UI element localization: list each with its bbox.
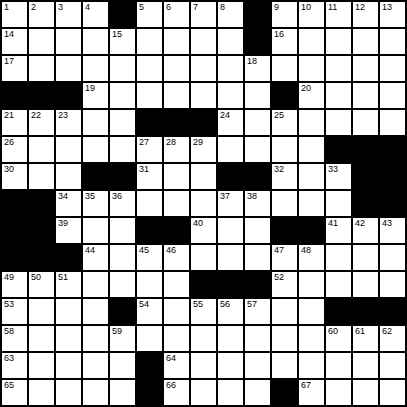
- cell-r12c8[interactable]: 55: [191, 299, 216, 324]
- black-cell-r4c11: [272, 83, 297, 108]
- cell-r6c12[interactable]: [299, 137, 324, 162]
- black-cell-r12c5: [110, 299, 135, 324]
- cell-r2c15[interactable]: [380, 29, 405, 54]
- cell-r8c10[interactable]: 38: [245, 191, 270, 216]
- cell-r3c15[interactable]: [380, 56, 405, 81]
- black-cell-r8c15: [380, 191, 405, 216]
- black-cell-r11c8: [191, 272, 216, 297]
- cell-r4c15[interactable]: [380, 83, 405, 108]
- clue-number-7: 7: [193, 2, 198, 12]
- cell-r8c13[interactable]: [326, 191, 351, 216]
- cell-r5c2[interactable]: 22: [29, 110, 54, 135]
- clue-number-35: 35: [85, 191, 95, 201]
- cell-r4c10[interactable]: [245, 83, 270, 108]
- cell-r10c5[interactable]: [110, 245, 135, 270]
- cell-r3c10[interactable]: 18: [245, 56, 270, 81]
- cell-r13c12[interactable]: [299, 326, 324, 351]
- clue-number-19: 19: [85, 83, 95, 93]
- black-cell-r10c2: [29, 245, 54, 270]
- black-cell-r14c6: [137, 353, 162, 378]
- cell-r4c4[interactable]: 19: [83, 83, 108, 108]
- cell-r9c14[interactable]: 42: [353, 218, 378, 243]
- black-cell-r11c10: [245, 272, 270, 297]
- clue-number-12: 12: [355, 2, 365, 12]
- cell-r2c13[interactable]: [326, 29, 351, 54]
- cell-r12c6[interactable]: 54: [137, 299, 162, 324]
- clue-number-10: 10: [301, 2, 311, 12]
- clue-number-50: 50: [31, 272, 41, 282]
- clue-number-44: 44: [85, 245, 95, 255]
- black-cell-r1c5: [110, 2, 135, 27]
- cell-r1c1[interactable]: 1: [2, 2, 27, 27]
- cell-r10c7[interactable]: 46: [164, 245, 189, 270]
- cell-r5c9[interactable]: 24: [218, 110, 243, 135]
- cell-r2c12[interactable]: [299, 29, 324, 54]
- cell-r8c8[interactable]: [191, 191, 216, 216]
- cell-r6c1[interactable]: 26: [2, 137, 27, 162]
- black-cell-r9c7: [164, 218, 189, 243]
- cell-r4c9[interactable]: [218, 83, 243, 108]
- cell-r6c4[interactable]: [83, 137, 108, 162]
- cell-r9c8[interactable]: 40: [191, 218, 216, 243]
- clue-number-66: 66: [166, 380, 176, 390]
- black-cell-r15c11: [272, 380, 297, 405]
- cell-r2c9[interactable]: [218, 29, 243, 54]
- cell-r11c11[interactable]: 52: [272, 272, 297, 297]
- cell-r15c12[interactable]: 67: [299, 380, 324, 405]
- cell-r3c3[interactable]: [56, 56, 81, 81]
- black-cell-r9c6: [137, 218, 162, 243]
- cell-r5c3[interactable]: 23: [56, 110, 81, 135]
- clue-number-17: 17: [4, 56, 14, 66]
- cell-r4c6[interactable]: [137, 83, 162, 108]
- cell-r14c14[interactable]: [353, 353, 378, 378]
- clue-number-6: 6: [166, 2, 171, 12]
- cell-r3c14[interactable]: [353, 56, 378, 81]
- clue-number-62: 62: [382, 326, 392, 336]
- cell-r3c5[interactable]: [110, 56, 135, 81]
- cell-r10c14[interactable]: [353, 245, 378, 270]
- clue-number-37: 37: [220, 191, 230, 201]
- clue-number-3: 3: [58, 2, 63, 12]
- cell-r14c9[interactable]: [218, 353, 243, 378]
- cell-r7c6[interactable]: 31: [137, 164, 162, 189]
- cell-r1c11[interactable]: 9: [272, 2, 297, 27]
- cell-r7c2[interactable]: [29, 164, 54, 189]
- clue-number-40: 40: [193, 218, 203, 228]
- clue-number-21: 21: [4, 110, 14, 120]
- cell-r4c5[interactable]: [110, 83, 135, 108]
- cell-r12c10[interactable]: 57: [245, 299, 270, 324]
- cell-r3c2[interactable]: [29, 56, 54, 81]
- cell-r12c9[interactable]: 56: [218, 299, 243, 324]
- cell-r9c15[interactable]: 43: [380, 218, 405, 243]
- clue-number-20: 20: [301, 83, 311, 93]
- cell-r9c5[interactable]: [110, 218, 135, 243]
- cell-r2c14[interactable]: [353, 29, 378, 54]
- cell-r5c4[interactable]: [83, 110, 108, 135]
- clue-number-54: 54: [139, 299, 149, 309]
- cell-r4c14[interactable]: [353, 83, 378, 108]
- cell-r3c4[interactable]: [83, 56, 108, 81]
- clue-number-39: 39: [58, 218, 68, 228]
- black-cell-r4c3: [56, 83, 81, 108]
- black-cell-r12c13: [326, 299, 351, 324]
- cell-r9c4[interactable]: [83, 218, 108, 243]
- clue-number-41: 41: [328, 218, 338, 228]
- cell-r15c5[interactable]: [110, 380, 135, 405]
- clue-number-16: 16: [274, 29, 284, 39]
- black-cell-r4c2: [29, 83, 54, 108]
- cell-r15c13[interactable]: [326, 380, 351, 405]
- black-cell-r15c6: [137, 380, 162, 405]
- cell-r5c11[interactable]: 25: [272, 110, 297, 135]
- cell-r5c10[interactable]: [245, 110, 270, 135]
- cell-r9c9[interactable]: [218, 218, 243, 243]
- cell-r6c5[interactable]: [110, 137, 135, 162]
- cell-r5c14[interactable]: [353, 110, 378, 135]
- cell-r10c4[interactable]: 44: [83, 245, 108, 270]
- cell-r6c11[interactable]: [272, 137, 297, 162]
- cell-r14c8[interactable]: [191, 353, 216, 378]
- cell-r15c1[interactable]: 65: [2, 380, 27, 405]
- black-cell-r10c3: [56, 245, 81, 270]
- cell-r6c2[interactable]: [29, 137, 54, 162]
- cell-r5c12[interactable]: [299, 110, 324, 135]
- clue-number-43: 43: [382, 218, 392, 228]
- cell-r11c2[interactable]: 50: [29, 272, 54, 297]
- cell-r11c5[interactable]: [110, 272, 135, 297]
- clue-number-32: 32: [274, 164, 284, 174]
- cell-r2c2[interactable]: [29, 29, 54, 54]
- clue-number-45: 45: [139, 245, 149, 255]
- cell-r1c3[interactable]: 3: [56, 2, 81, 27]
- cell-r4c8[interactable]: [191, 83, 216, 108]
- black-cell-r10c1: [2, 245, 27, 270]
- clue-number-63: 63: [4, 353, 14, 363]
- clue-number-9: 9: [274, 2, 279, 12]
- cell-r8c5[interactable]: 36: [110, 191, 135, 216]
- clue-number-4: 4: [85, 2, 90, 12]
- cell-r2c3[interactable]: [56, 29, 81, 54]
- cell-r13c9[interactable]: [218, 326, 243, 351]
- cell-r12c1[interactable]: 53: [2, 299, 27, 324]
- cell-r15c8[interactable]: [191, 380, 216, 405]
- cell-r1c7[interactable]: 6: [164, 2, 189, 27]
- cell-r7c13[interactable]: 33: [326, 164, 351, 189]
- cell-r3c13[interactable]: [326, 56, 351, 81]
- clue-number-47: 47: [274, 245, 284, 255]
- clue-number-59: 59: [112, 326, 122, 336]
- cell-r12c7[interactable]: [164, 299, 189, 324]
- cell-r14c4[interactable]: [83, 353, 108, 378]
- clue-number-33: 33: [328, 164, 338, 174]
- black-cell-r7c14: [353, 164, 378, 189]
- clue-number-38: 38: [247, 191, 257, 201]
- cell-r12c12[interactable]: [299, 299, 324, 324]
- clue-number-58: 58: [4, 326, 14, 336]
- cell-r13c15[interactable]: 62: [380, 326, 405, 351]
- cell-r13c3[interactable]: [56, 326, 81, 351]
- clue-number-36: 36: [112, 191, 122, 201]
- cell-r8c7[interactable]: [164, 191, 189, 216]
- clue-number-61: 61: [355, 326, 365, 336]
- black-cell-r6c13: [326, 137, 351, 162]
- cell-r11c6[interactable]: [137, 272, 162, 297]
- clue-number-64: 64: [166, 353, 176, 363]
- cell-r5c1[interactable]: 21: [2, 110, 27, 135]
- clue-number-42: 42: [355, 218, 365, 228]
- cell-r13c10[interactable]: [245, 326, 270, 351]
- cell-r7c7[interactable]: [164, 164, 189, 189]
- cell-r4c13[interactable]: [326, 83, 351, 108]
- cell-r8c3[interactable]: 34: [56, 191, 81, 216]
- cell-r15c15[interactable]: [380, 380, 405, 405]
- cell-r3c6[interactable]: [137, 56, 162, 81]
- clue-number-13: 13: [382, 2, 392, 12]
- cell-r15c7[interactable]: 66: [164, 380, 189, 405]
- cell-r2c6[interactable]: [137, 29, 162, 54]
- cell-r4c12[interactable]: 20: [299, 83, 324, 108]
- cell-r13c13[interactable]: 60: [326, 326, 351, 351]
- cell-r14c5[interactable]: [110, 353, 135, 378]
- clue-number-23: 23: [58, 110, 68, 120]
- cell-r15c2[interactable]: [29, 380, 54, 405]
- clue-number-15: 15: [112, 29, 122, 39]
- cell-r5c5[interactable]: [110, 110, 135, 135]
- cell-r15c14[interactable]: [353, 380, 378, 405]
- cell-r1c4[interactable]: 4: [83, 2, 108, 27]
- black-cell-r12c15: [380, 299, 405, 324]
- cell-r13c7[interactable]: [164, 326, 189, 351]
- cell-r10c13[interactable]: [326, 245, 351, 270]
- cell-r9c13[interactable]: 41: [326, 218, 351, 243]
- cell-r12c2[interactable]: [29, 299, 54, 324]
- cell-r5c15[interactable]: [380, 110, 405, 135]
- clue-number-25: 25: [274, 110, 284, 120]
- clue-number-52: 52: [274, 272, 284, 282]
- black-cell-r7c4: [83, 164, 108, 189]
- cell-r1c13[interactable]: 11: [326, 2, 351, 27]
- cell-r3c12[interactable]: [299, 56, 324, 81]
- cell-r1c9[interactable]: 8: [218, 2, 243, 27]
- cell-r7c12[interactable]: [299, 164, 324, 189]
- cell-r14c1[interactable]: 63: [2, 353, 27, 378]
- clue-number-48: 48: [301, 245, 311, 255]
- cell-r3c9[interactable]: [218, 56, 243, 81]
- clue-number-24: 24: [220, 110, 230, 120]
- cell-r1c6[interactable]: 5: [137, 2, 162, 27]
- cell-r8c9[interactable]: 37: [218, 191, 243, 216]
- black-cell-r8c2: [29, 191, 54, 216]
- cell-r3c1[interactable]: 17: [2, 56, 27, 81]
- black-cell-r8c1: [2, 191, 27, 216]
- cell-r2c4[interactable]: [83, 29, 108, 54]
- clue-number-26: 26: [4, 137, 14, 147]
- cell-r14c11[interactable]: [272, 353, 297, 378]
- cell-r4c7[interactable]: [164, 83, 189, 108]
- cell-r12c4[interactable]: [83, 299, 108, 324]
- cell-r10c12[interactable]: 48: [299, 245, 324, 270]
- black-cell-r6c15: [380, 137, 405, 162]
- black-cell-r5c7: [164, 110, 189, 135]
- clue-number-5: 5: [139, 2, 144, 12]
- clue-number-11: 11: [328, 2, 337, 12]
- black-cell-r8c14: [353, 191, 378, 216]
- cell-r1c8[interactable]: 7: [191, 2, 216, 27]
- cell-r11c15[interactable]: [380, 272, 405, 297]
- cell-r8c12[interactable]: [299, 191, 324, 216]
- cell-r7c8[interactable]: [191, 164, 216, 189]
- clue-number-8: 8: [220, 2, 225, 12]
- crossword-board: 1234567891011121314151617181920212223242…: [0, 0, 407, 407]
- cell-r13c1[interactable]: 58: [2, 326, 27, 351]
- cell-r3c11[interactable]: [272, 56, 297, 81]
- cell-r11c14[interactable]: [353, 272, 378, 297]
- black-cell-r9c1: [2, 218, 27, 243]
- cell-r1c2[interactable]: 2: [29, 2, 54, 27]
- black-cell-r5c6: [137, 110, 162, 135]
- cell-r2c5[interactable]: 15: [110, 29, 135, 54]
- black-cell-r7c10: [245, 164, 270, 189]
- cell-r11c1[interactable]: 49: [2, 272, 27, 297]
- cell-r10c6[interactable]: 45: [137, 245, 162, 270]
- clue-number-56: 56: [220, 299, 230, 309]
- black-cell-r5c8: [191, 110, 216, 135]
- clue-number-2: 2: [31, 2, 36, 12]
- cell-r3c8[interactable]: [191, 56, 216, 81]
- cell-r11c7[interactable]: [164, 272, 189, 297]
- black-cell-r11c9: [218, 272, 243, 297]
- clue-number-1: 1: [4, 2, 9, 12]
- black-cell-r1c10: [245, 2, 270, 27]
- black-cell-r7c9: [218, 164, 243, 189]
- black-cell-r7c5: [110, 164, 135, 189]
- cell-r13c5[interactable]: 59: [110, 326, 135, 351]
- cell-r8c4[interactable]: 35: [83, 191, 108, 216]
- clue-number-46: 46: [166, 245, 176, 255]
- clue-number-29: 29: [193, 137, 203, 147]
- cell-r6c7[interactable]: 28: [164, 137, 189, 162]
- cell-r15c4[interactable]: [83, 380, 108, 405]
- cell-r15c10[interactable]: [245, 380, 270, 405]
- cell-r13c8[interactable]: [191, 326, 216, 351]
- black-cell-r9c12: [299, 218, 324, 243]
- cell-r14c7[interactable]: 64: [164, 353, 189, 378]
- clue-number-51: 51: [58, 272, 68, 282]
- cell-r15c9[interactable]: [218, 380, 243, 405]
- clue-number-27: 27: [139, 137, 149, 147]
- cell-r2c1[interactable]: 14: [2, 29, 27, 54]
- clue-number-28: 28: [166, 137, 176, 147]
- clue-number-30: 30: [4, 164, 14, 174]
- cell-r11c13[interactable]: [326, 272, 351, 297]
- cell-r10c8[interactable]: [191, 245, 216, 270]
- black-cell-r7c15: [380, 164, 405, 189]
- clue-number-22: 22: [31, 110, 41, 120]
- cell-r14c2[interactable]: [29, 353, 54, 378]
- cell-r6c9[interactable]: [218, 137, 243, 162]
- cell-r8c6[interactable]: [137, 191, 162, 216]
- cell-r10c15[interactable]: [380, 245, 405, 270]
- black-cell-r9c2: [29, 218, 54, 243]
- clue-number-65: 65: [4, 380, 14, 390]
- cell-r15c3[interactable]: [56, 380, 81, 405]
- cell-r13c6[interactable]: [137, 326, 162, 351]
- cell-r9c3[interactable]: 39: [56, 218, 81, 243]
- cell-r6c10[interactable]: [245, 137, 270, 162]
- clue-number-55: 55: [193, 299, 203, 309]
- clue-number-34: 34: [58, 191, 68, 201]
- cell-r6c3[interactable]: [56, 137, 81, 162]
- cell-r10c9[interactable]: [218, 245, 243, 270]
- cell-r14c10[interactable]: [245, 353, 270, 378]
- cell-r6c8[interactable]: 29: [191, 137, 216, 162]
- cell-r5c13[interactable]: [326, 110, 351, 135]
- cell-r2c11[interactable]: 16: [272, 29, 297, 54]
- cell-r11c12[interactable]: [299, 272, 324, 297]
- black-cell-r12c14: [353, 299, 378, 324]
- clue-number-18: 18: [247, 56, 257, 66]
- cell-r13c14[interactable]: 61: [353, 326, 378, 351]
- cell-r12c11[interactable]: [272, 299, 297, 324]
- cell-r1c15[interactable]: 13: [380, 2, 405, 27]
- black-cell-r9c11: [272, 218, 297, 243]
- cell-r13c2[interactable]: [29, 326, 54, 351]
- black-cell-r4c1: [2, 83, 27, 108]
- cell-r13c4[interactable]: [83, 326, 108, 351]
- cell-r10c11[interactable]: 47: [272, 245, 297, 270]
- cell-r13c11[interactable]: [272, 326, 297, 351]
- cell-r8c11[interactable]: [272, 191, 297, 216]
- cell-r7c11[interactable]: 32: [272, 164, 297, 189]
- cell-r14c13[interactable]: [326, 353, 351, 378]
- cell-r11c4[interactable]: [83, 272, 108, 297]
- black-cell-r2c10: [245, 29, 270, 54]
- cell-r2c8[interactable]: [191, 29, 216, 54]
- cell-r10c10[interactable]: [245, 245, 270, 270]
- cell-r12c3[interactable]: [56, 299, 81, 324]
- cell-r14c3[interactable]: [56, 353, 81, 378]
- cell-r1c14[interactable]: 12: [353, 2, 378, 27]
- clue-number-60: 60: [328, 326, 338, 336]
- cell-r14c15[interactable]: [380, 353, 405, 378]
- clue-number-14: 14: [4, 29, 14, 39]
- cell-r6c6[interactable]: 27: [137, 137, 162, 162]
- clue-number-49: 49: [4, 272, 14, 282]
- cell-r2c7[interactable]: [164, 29, 189, 54]
- clue-number-31: 31: [139, 164, 149, 174]
- cell-r3c7[interactable]: [164, 56, 189, 81]
- cell-r9c10[interactable]: [245, 218, 270, 243]
- black-cell-r6c14: [353, 137, 378, 162]
- cell-r14c12[interactable]: [299, 353, 324, 378]
- cell-r7c1[interactable]: 30: [2, 164, 27, 189]
- cell-r11c3[interactable]: 51: [56, 272, 81, 297]
- clue-number-67: 67: [301, 380, 311, 390]
- cell-r7c3[interactable]: [56, 164, 81, 189]
- clue-number-57: 57: [247, 299, 257, 309]
- clue-number-53: 53: [4, 299, 14, 309]
- cell-r1c12[interactable]: 10: [299, 2, 324, 27]
